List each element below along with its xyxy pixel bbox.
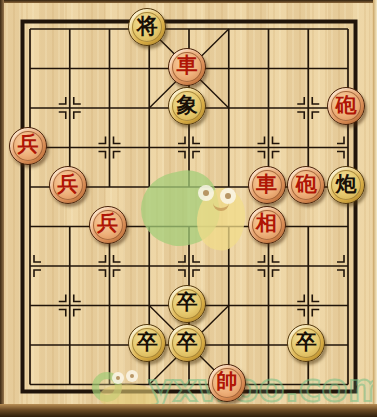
piece-glyph: 砲 <box>336 95 357 116</box>
piece-red-elephant[interactable]: 相 <box>248 206 286 244</box>
piece-face: 兵 <box>93 210 123 240</box>
piece-black-elephant[interactable]: 象 <box>168 87 206 125</box>
piece-face: 相 <box>252 210 282 240</box>
piece-red-chariot[interactable]: 車 <box>168 48 206 86</box>
piece-black-cannon[interactable]: 炮 <box>327 166 365 204</box>
piece-red-general[interactable]: 帥 <box>208 364 246 402</box>
piece-glyph: 兵 <box>57 174 78 195</box>
piece-black-general[interactable]: 将 <box>128 8 166 46</box>
piece-glyph: 卒 <box>177 292 198 313</box>
piece-red-soldier[interactable]: 兵 <box>9 127 47 165</box>
piece-face: 砲 <box>291 170 321 200</box>
piece-black-soldier[interactable]: 卒 <box>168 285 206 323</box>
piece-face: 帥 <box>212 368 242 398</box>
piece-black-soldier[interactable]: 卒 <box>128 324 166 362</box>
piece-face: 炮 <box>331 170 361 200</box>
piece-glyph: 卒 <box>296 332 317 353</box>
piece-glyph: 兵 <box>18 134 39 155</box>
piece-glyph: 象 <box>177 95 198 116</box>
piece-face: 兵 <box>13 131 43 161</box>
piece-red-cannon[interactable]: 砲 <box>287 166 325 204</box>
piece-face: 象 <box>172 91 202 121</box>
piece-face: 卒 <box>172 289 202 319</box>
piece-glyph: 相 <box>256 213 277 234</box>
piece-face: 卒 <box>132 328 162 358</box>
piece-red-chariot[interactable]: 車 <box>248 166 286 204</box>
piece-glyph: 将 <box>137 16 158 37</box>
piece-red-soldier[interactable]: 兵 <box>49 166 87 204</box>
piece-face: 卒 <box>172 328 202 358</box>
piece-glyph: 兵 <box>97 213 118 234</box>
piece-glyph: 卒 <box>137 332 158 353</box>
piece-glyph: 車 <box>177 55 198 76</box>
piece-face: 車 <box>172 52 202 82</box>
xiangqi-board: yxwoo.com 将車象砲兵兵車砲炮兵相卒卒卒卒帥 <box>0 0 377 417</box>
piece-face: 兵 <box>53 170 83 200</box>
piece-glyph: 車 <box>256 174 277 195</box>
piece-glyph: 炮 <box>336 174 357 195</box>
piece-black-soldier[interactable]: 卒 <box>168 324 206 362</box>
piece-face: 卒 <box>291 328 321 358</box>
piece-glyph: 帥 <box>216 371 237 392</box>
piece-red-soldier[interactable]: 兵 <box>89 206 127 244</box>
piece-black-soldier[interactable]: 卒 <box>287 324 325 362</box>
piece-face: 砲 <box>331 91 361 121</box>
piece-glyph: 卒 <box>177 332 198 353</box>
piece-face: 将 <box>132 12 162 42</box>
piece-glyph: 砲 <box>296 174 317 195</box>
piece-face: 車 <box>252 170 282 200</box>
piece-red-cannon[interactable]: 砲 <box>327 87 365 125</box>
